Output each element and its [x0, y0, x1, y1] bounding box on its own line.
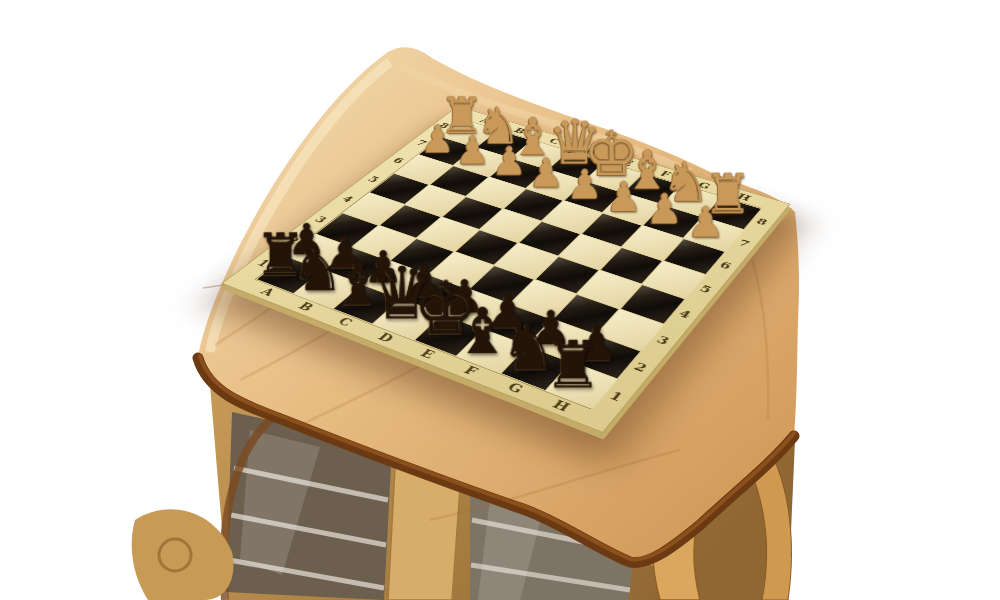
piece-white-pawn-h7[interactable]: ♟ [683, 202, 729, 244]
piece-white-pawn-b7[interactable]: ♟ [451, 131, 493, 170]
piece-black-rook-h1[interactable]: ♜ [544, 333, 598, 398]
piece-white-pawn-f7[interactable]: ♟ [601, 177, 646, 218]
piece-black-knight-g1[interactable]: ♞ [500, 316, 550, 380]
piece-black-bishop-f1[interactable]: ♝ [454, 300, 506, 363]
table-scroll-foot [132, 509, 234, 600]
photo-scene: ABCDEFGH ABCDEFGH 87654321 87654321 ♜♞♝♛… [0, 0, 1000, 600]
piece-white-pawn-e7[interactable]: ♟ [564, 165, 606, 205]
piece-white-pawn-d7[interactable]: ♟ [524, 153, 568, 193]
piece-white-pawn-g7[interactable]: ♟ [643, 189, 686, 230]
